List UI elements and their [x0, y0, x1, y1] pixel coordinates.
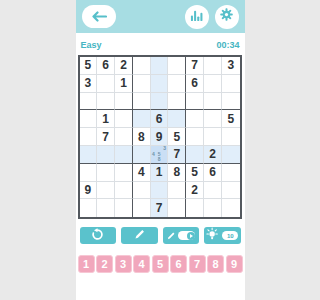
- given-digit: 1: [120, 76, 127, 90]
- back-arrow-icon: [91, 8, 107, 26]
- cell-r4c2[interactable]: 1: [97, 110, 115, 128]
- cell-r3c3[interactable]: [115, 93, 133, 111]
- numpad-button-8[interactable]: 8: [207, 255, 224, 273]
- cell-r7c3[interactable]: [115, 164, 133, 182]
- cell-r3c6[interactable]: [168, 93, 186, 111]
- given-digit: 3: [85, 76, 92, 90]
- hint-button[interactable]: 10: [204, 227, 241, 244]
- given-digit: 4: [138, 165, 145, 179]
- cell-r6c3[interactable]: [115, 146, 133, 164]
- cell-r9c9[interactable]: [222, 199, 240, 217]
- pencil-icon: [133, 227, 146, 245]
- cell-r8c8[interactable]: [204, 182, 222, 200]
- cell-r4c5[interactable]: 6: [151, 110, 169, 128]
- cell-r2c5[interactable]: [151, 75, 169, 93]
- back-button[interactable]: [82, 5, 116, 28]
- cell-r6c8[interactable]: 2: [204, 146, 222, 164]
- cell-r4c7[interactable]: [186, 110, 204, 128]
- cell-r4c9[interactable]: 5: [222, 110, 240, 128]
- sudoku-board: 56273316165789534587241856927: [78, 55, 242, 219]
- cell-r1c5[interactable]: [151, 57, 169, 75]
- cell-r2c1[interactable]: 3: [80, 75, 98, 93]
- status-row: Easy 00:34: [76, 40, 245, 51]
- cell-r3c7[interactable]: [186, 93, 204, 111]
- given-digit: 7: [191, 58, 198, 72]
- cell-r7c9[interactable]: [222, 164, 240, 182]
- given-digit: 1: [156, 165, 163, 179]
- number-pad: 123456789: [76, 255, 245, 273]
- cell-r9c7[interactable]: [186, 199, 204, 217]
- given-digit: 2: [120, 58, 127, 72]
- given-digit: 5: [85, 58, 92, 72]
- cell-r2c6[interactable]: [168, 75, 186, 93]
- cell-r8c5[interactable]: [151, 182, 169, 200]
- top-bar-right-group: [185, 5, 239, 29]
- toggle-knob: [187, 232, 195, 240]
- cell-r8c1[interactable]: 9: [80, 182, 98, 200]
- given-digit: 6: [156, 112, 163, 126]
- given-digit: 8: [174, 165, 181, 179]
- numpad-button-4[interactable]: 4: [133, 255, 150, 273]
- given-digit: 5: [227, 112, 234, 126]
- cell-r5c3[interactable]: [115, 128, 133, 146]
- cell-r1c7[interactable]: 7: [186, 57, 204, 75]
- given-digit: 8: [138, 130, 145, 144]
- cell-r7c1[interactable]: [80, 164, 98, 182]
- gear-icon: [219, 7, 234, 26]
- given-digit: 6: [191, 76, 198, 90]
- cell-r1c1[interactable]: 5: [80, 57, 98, 75]
- cell-r9c5[interactable]: 7: [151, 199, 169, 217]
- cell-r5c9[interactable]: [222, 128, 240, 146]
- cell-r1c8[interactable]: [204, 57, 222, 75]
- given-digit: 5: [191, 165, 198, 179]
- cell-r6c1[interactable]: [80, 146, 98, 164]
- cell-r5c5[interactable]: 9: [151, 128, 169, 146]
- cell-r7c4[interactable]: 4: [133, 164, 151, 182]
- given-digit: 2: [191, 183, 198, 197]
- hint-bulb-icon: [206, 227, 220, 245]
- cell-r3c1[interactable]: [80, 93, 98, 111]
- cell-r3c9[interactable]: [222, 93, 240, 111]
- numpad-button-2[interactable]: 2: [96, 255, 113, 273]
- toolbar: 10: [76, 227, 245, 244]
- sudoku-app: Easy 00:34 56273316165789534587241856927: [76, 0, 245, 300]
- cell-r8c4[interactable]: [133, 182, 151, 200]
- cell-r3c2[interactable]: [97, 93, 115, 111]
- given-digit: 7: [102, 130, 109, 144]
- cell-r6c6[interactable]: 7: [168, 146, 186, 164]
- given-digit: 2: [209, 147, 216, 161]
- cell-r8c6[interactable]: [168, 182, 186, 200]
- cell-r2c7[interactable]: 6: [186, 75, 204, 93]
- restart-button[interactable]: [80, 227, 117, 244]
- cell-r5c8[interactable]: [204, 128, 222, 146]
- cell-r7c2[interactable]: [97, 164, 115, 182]
- given-digit: 7: [174, 147, 181, 161]
- given-digit: 7: [156, 201, 163, 215]
- cell-r3c8[interactable]: [204, 93, 222, 111]
- cell-r1c2[interactable]: 6: [97, 57, 115, 75]
- cell-r1c9[interactable]: 3: [222, 57, 240, 75]
- cell-r5c6[interactable]: 5: [168, 128, 186, 146]
- pencil-mode-toggle-button[interactable]: [163, 227, 200, 244]
- cell-r5c7[interactable]: [186, 128, 204, 146]
- cell-r6c7[interactable]: [186, 146, 204, 164]
- restart-icon: [91, 227, 104, 245]
- cell-r1c6[interactable]: [168, 57, 186, 75]
- given-digit: 9: [156, 130, 163, 144]
- cell-r5c4[interactable]: 8: [133, 128, 151, 146]
- toggle-switch: [178, 231, 195, 240]
- cell-r4c3[interactable]: [115, 110, 133, 128]
- cell-r9c1[interactable]: [80, 199, 98, 217]
- pencil-toggle-icon: [166, 227, 176, 245]
- cell-r8c2[interactable]: [97, 182, 115, 200]
- cell-r7c6[interactable]: 8: [168, 164, 186, 182]
- numpad-button-5[interactable]: 5: [152, 255, 169, 273]
- cell-r1c4[interactable]: [133, 57, 151, 75]
- top-bar: [76, 0, 245, 33]
- hint-count-badge: 10: [222, 231, 238, 240]
- given-digit: 5: [174, 130, 181, 144]
- cell-r6c9[interactable]: [222, 146, 240, 164]
- cell-r8c7[interactable]: 2: [186, 182, 204, 200]
- difficulty-label: Easy: [81, 40, 102, 51]
- cell-r9c3[interactable]: [115, 199, 133, 217]
- cell-r7c7[interactable]: 5: [186, 164, 204, 182]
- cell-r2c9[interactable]: [222, 75, 240, 93]
- given-digit: 3: [227, 58, 234, 72]
- settings-button[interactable]: [215, 5, 239, 29]
- cell-r6c2[interactable]: [97, 146, 115, 164]
- cell-r9c2[interactable]: [97, 199, 115, 217]
- pencil-marks: 3458: [151, 146, 168, 163]
- given-digit: 1: [102, 112, 109, 126]
- cell-r2c3[interactable]: 1: [115, 75, 133, 93]
- stats-button[interactable]: [185, 5, 209, 29]
- numpad-button-3[interactable]: 3: [115, 255, 132, 273]
- timer: 00:34: [216, 40, 239, 51]
- cell-r7c8[interactable]: 6: [204, 164, 222, 182]
- cell-r2c8[interactable]: [204, 75, 222, 93]
- cell-r9c4[interactable]: [133, 199, 151, 217]
- cell-r4c1[interactable]: [80, 110, 98, 128]
- cell-r2c4[interactable]: [133, 75, 151, 93]
- cell-r6c4[interactable]: [133, 146, 151, 164]
- cell-r5c2[interactable]: 7: [97, 128, 115, 146]
- given-digit: 6: [102, 58, 109, 72]
- cell-r9c8[interactable]: [204, 199, 222, 217]
- cell-r4c4[interactable]: [133, 110, 151, 128]
- cell-r3c4[interactable]: [133, 93, 151, 111]
- numpad-button-9[interactable]: 9: [226, 255, 243, 273]
- cell-r7c5[interactable]: 1: [151, 164, 169, 182]
- cell-r3c5[interactable]: [151, 93, 169, 111]
- cell-r4c6[interactable]: [168, 110, 186, 128]
- cell-r5c1[interactable]: [80, 128, 98, 146]
- stats-icon: [190, 8, 203, 26]
- cell-r2c2[interactable]: [97, 75, 115, 93]
- pencil-button[interactable]: [121, 227, 158, 244]
- given-digit: 9: [85, 183, 92, 197]
- numpad-button-1[interactable]: 1: [78, 255, 95, 273]
- cell-r8c9[interactable]: [222, 182, 240, 200]
- cell-r4c8[interactable]: [204, 110, 222, 128]
- cell-r9c6[interactable]: [168, 199, 186, 217]
- cell-r1c3[interactable]: 2: [115, 57, 133, 75]
- numpad-button-7[interactable]: 7: [189, 255, 206, 273]
- cell-r6c5[interactable]: 3458: [151, 146, 169, 164]
- cell-r8c3[interactable]: [115, 182, 133, 200]
- numpad-button-6[interactable]: 6: [170, 255, 187, 273]
- given-digit: 6: [209, 165, 216, 179]
